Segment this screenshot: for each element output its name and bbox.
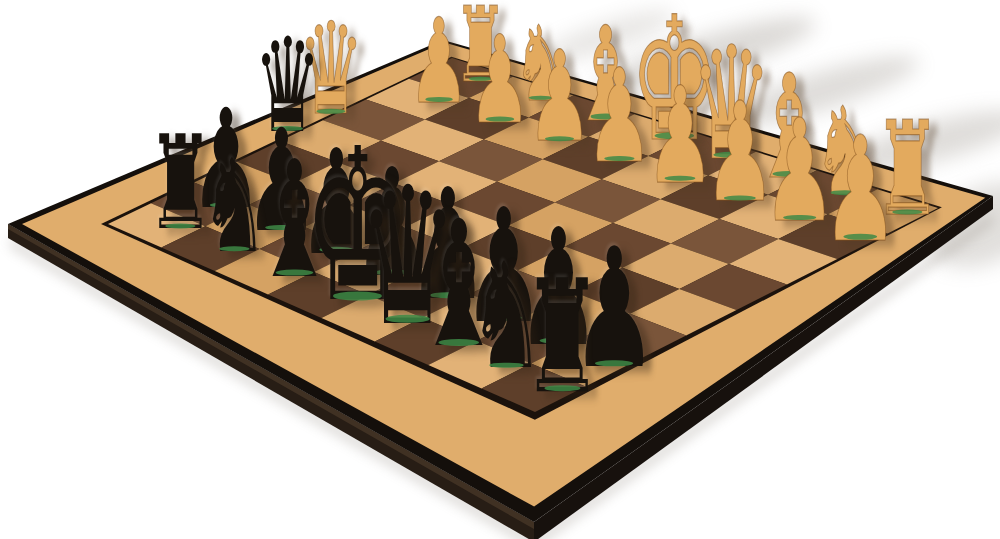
chess-set-product-photo: ♜♞♟♛♝♟♛♚♟♛♟♝♟♞♟♟♜♟♜♟♟♞♟♝♟♟♚♟♛♟♝♟♞♜ <box>0 0 1000 539</box>
board-polygons <box>8 40 993 539</box>
chess-board <box>0 0 1000 539</box>
